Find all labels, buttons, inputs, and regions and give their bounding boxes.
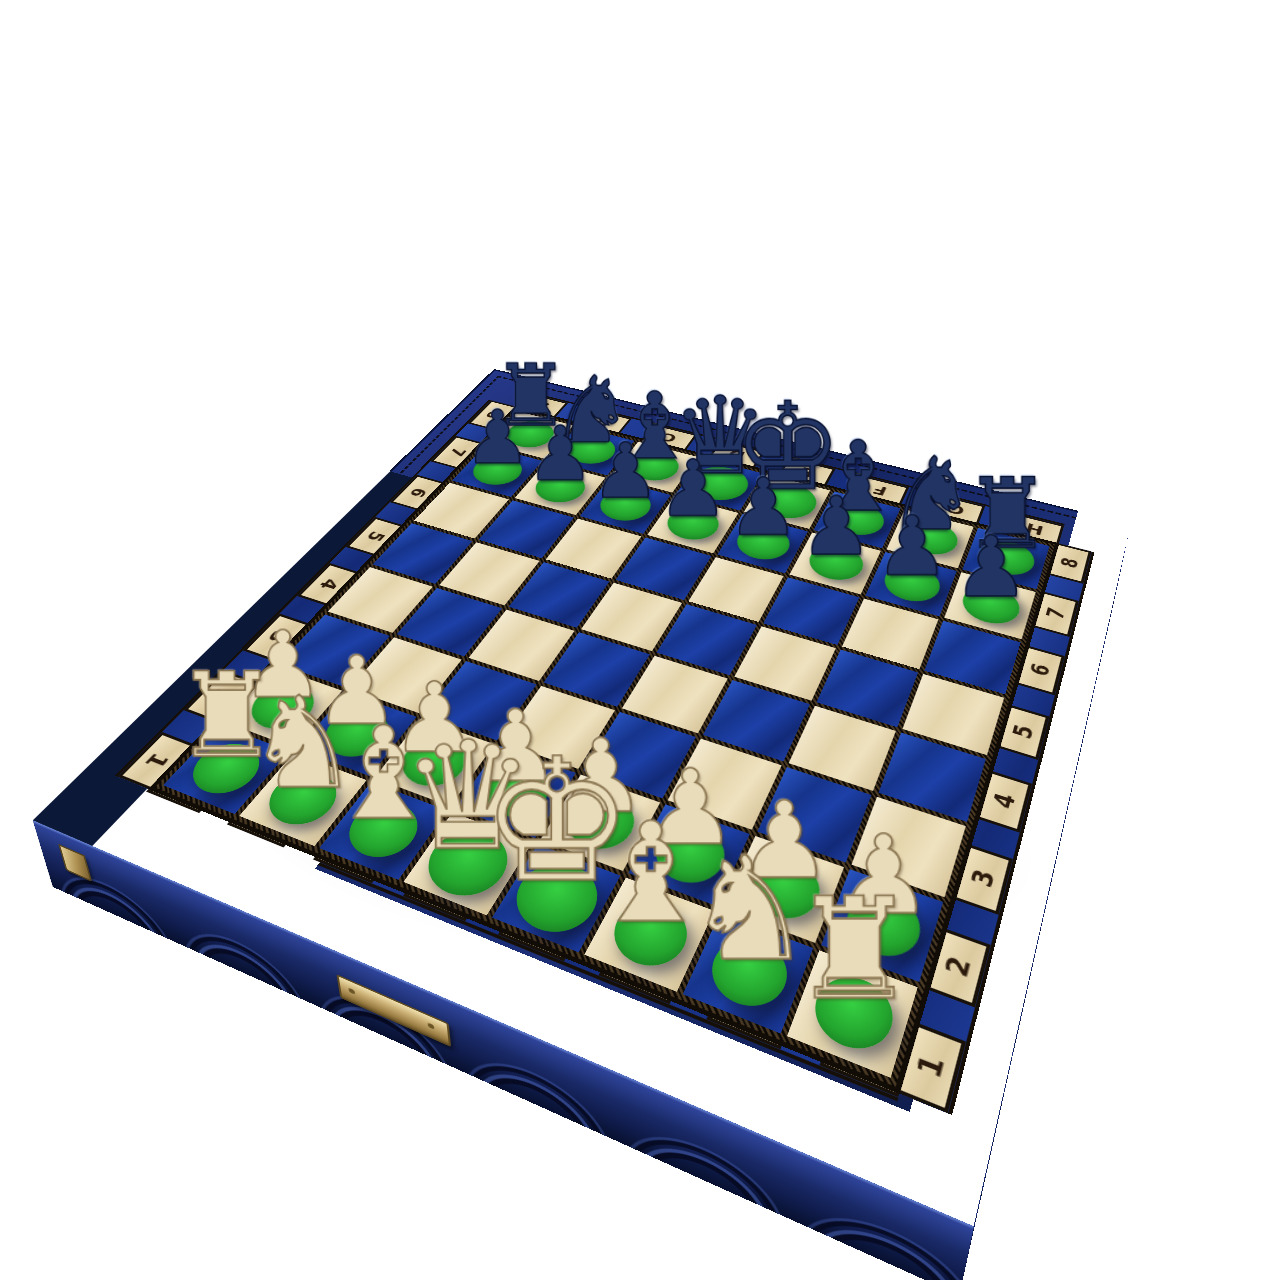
scene: ABCDEFGH ABCDEFGH 87654321 87654321 ♜♞♝♛… <box>0 0 1280 1280</box>
pawn-glyph: ♟ <box>953 525 1028 609</box>
rank-label-6: 6 <box>1015 645 1065 695</box>
square-f7[interactable]: ♟ <box>790 532 881 594</box>
pawn-glyph: ♟ <box>727 468 798 547</box>
pawn-glyph: ♟ <box>875 505 949 588</box>
rook-glyph: ♜ <box>791 880 916 1020</box>
chess-box: ABCDEFGH ABCDEFGH 87654321 87654321 ♜♞♝♛… <box>33 369 1131 1226</box>
square-h7[interactable]: ♟ <box>944 572 1035 639</box>
pawn-glyph: ♟ <box>465 401 531 475</box>
square-e5[interactable] <box>656 604 757 675</box>
pawn-glyph: ♟ <box>800 486 873 567</box>
pawn-glyph: ♟ <box>591 433 660 509</box>
pawn-glyph: ♟ <box>658 450 728 528</box>
brass-clasp-tongue <box>58 844 92 882</box>
pawn-glyph: ♟ <box>527 417 594 492</box>
